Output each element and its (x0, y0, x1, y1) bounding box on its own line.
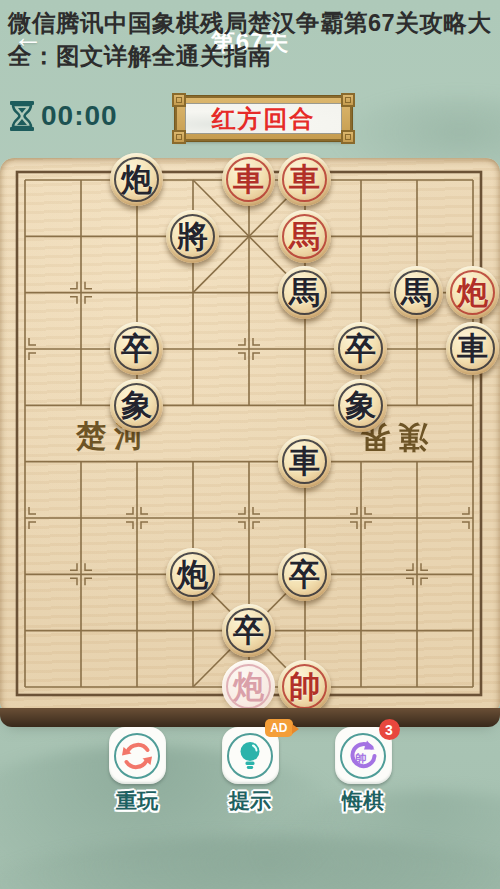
hint-bulb-icon (232, 738, 268, 774)
piece-black-general[interactable]: 將 (166, 210, 219, 263)
hint-label: 提示 (229, 787, 271, 815)
piece-black-elephant[interactable]: 象 (110, 379, 163, 432)
board-cell: 炮 (109, 152, 165, 208)
piece-character: 炮 (177, 559, 208, 590)
board-cell: 將 (165, 208, 221, 264)
piece-red-cannon[interactable]: 炮 (446, 266, 499, 319)
piece-black-cannon[interactable]: 炮 (110, 153, 163, 206)
piece-character: 卒 (345, 333, 376, 364)
hint-control: AD 提示 (220, 727, 280, 815)
piece-character: 炮 (457, 277, 488, 308)
piece-character: 馬 (289, 221, 320, 252)
board-cell: 卒 (277, 546, 333, 602)
piece-black-horse[interactable]: 馬 (390, 266, 443, 319)
watercolor-mountain (0, 835, 500, 889)
piece-red-chariot[interactable]: 車 (278, 153, 331, 206)
piece-character: 車 (289, 164, 320, 195)
banner-corner-ornament (172, 93, 186, 107)
board-cell: 象 (109, 377, 165, 433)
piece-character: 馬 (289, 277, 320, 308)
board-cell: 馬 (389, 264, 445, 320)
board-cell: 車 (221, 152, 277, 208)
piece-black-chariot[interactable]: 車 (446, 322, 499, 375)
undo-count-badge: 3 (379, 719, 400, 740)
hint-ring (227, 733, 273, 779)
board-cell: 車 (277, 152, 333, 208)
piece-character: 車 (289, 446, 320, 477)
piece-black-pawn[interactable]: 卒 (222, 604, 275, 657)
piece-character: 車 (233, 164, 264, 195)
hourglass-icon (8, 100, 36, 132)
board-cell: 炮 (221, 659, 277, 715)
board-cell: 馬 (277, 264, 333, 320)
piece-red-chariot[interactable]: 車 (222, 153, 275, 206)
banner-corner-ornament (341, 130, 355, 144)
board-cell: 車 (277, 433, 333, 489)
replay-button[interactable] (109, 727, 166, 784)
board-cell: 炮 (445, 264, 500, 320)
undo-ring: 帥 (340, 733, 386, 779)
replay-ring (114, 733, 160, 779)
board-cell: 車 (445, 321, 500, 377)
piece-red-cannon-ghost[interactable]: 炮 (222, 660, 275, 713)
board-grid: 炮車車將馬馬馬炮卒卒車象象車炮卒卒炮帥 (0, 152, 500, 715)
banner-corner-ornament (172, 130, 186, 144)
undo-icon-char: 帥 (355, 751, 366, 766)
piece-black-elephant[interactable]: 象 (334, 379, 387, 432)
piece-character: 卒 (121, 333, 152, 364)
piece-character: 車 (457, 333, 488, 364)
board-cell: 卒 (221, 602, 277, 658)
piece-black-cannon[interactable]: 炮 (166, 548, 219, 601)
piece-black-pawn[interactable]: 卒 (278, 548, 331, 601)
board-cell: 炮 (165, 546, 221, 602)
banner-corner-ornament (341, 93, 355, 107)
board-cell: 卒 (333, 321, 389, 377)
piece-character: 炮 (233, 671, 264, 702)
piece-character: 炮 (121, 164, 152, 195)
piece-black-horse[interactable]: 馬 (278, 266, 331, 319)
timer-value: 00:00 (41, 100, 118, 132)
board-cell: 卒 (109, 321, 165, 377)
timer: 00:00 (8, 100, 118, 132)
replay-label: 重玩 (116, 787, 158, 815)
piece-character: 象 (345, 390, 376, 421)
undo-control: 3 帥 悔棋 (333, 727, 393, 815)
board-cell: 帥 (277, 659, 333, 715)
replay-control: 重玩 (107, 727, 167, 815)
hud: 00:00 红方回合 (0, 96, 500, 144)
page-title: 微信腾讯中国象棋残局楚汉争霸第67关攻略大全：图文详解全通关指南 (0, 0, 500, 73)
piece-character: 卒 (233, 615, 264, 646)
ad-badge: AD (265, 719, 292, 737)
undo-button[interactable]: 3 帥 (335, 727, 392, 784)
board-cell: 馬 (277, 208, 333, 264)
banner-inner: 红方回合 (185, 103, 342, 134)
piece-character: 將 (177, 221, 208, 252)
piece-character: 帥 (289, 671, 320, 702)
hint-button[interactable]: AD (222, 727, 279, 784)
piece-character: 卒 (289, 559, 320, 590)
piece-red-general[interactable]: 帥 (278, 660, 331, 713)
undo-label: 悔棋 (342, 787, 384, 815)
board-cell: 象 (333, 377, 389, 433)
piece-character: 象 (121, 390, 152, 421)
replay-icon (119, 738, 155, 774)
turn-banner: 红方回合 (175, 96, 352, 141)
turn-indicator-text: 红方回合 (212, 103, 316, 135)
piece-black-chariot[interactable]: 車 (278, 435, 331, 488)
piece-black-pawn[interactable]: 卒 (334, 322, 387, 375)
piece-character: 馬 (401, 277, 432, 308)
piece-red-horse[interactable]: 馬 (278, 210, 331, 263)
game-screen: ← 第67关 微信腾讯中国象棋残局楚汉争霸第67关攻略大全：图文详解全通关指南 … (0, 0, 500, 889)
xiangqi-board[interactable]: 楚河 漢界 炮車車將馬馬馬炮卒卒車象象車炮卒卒炮帥 (0, 158, 500, 712)
piece-black-pawn[interactable]: 卒 (110, 322, 163, 375)
control-bar: 重玩 AD 提示 3 (0, 727, 500, 815)
